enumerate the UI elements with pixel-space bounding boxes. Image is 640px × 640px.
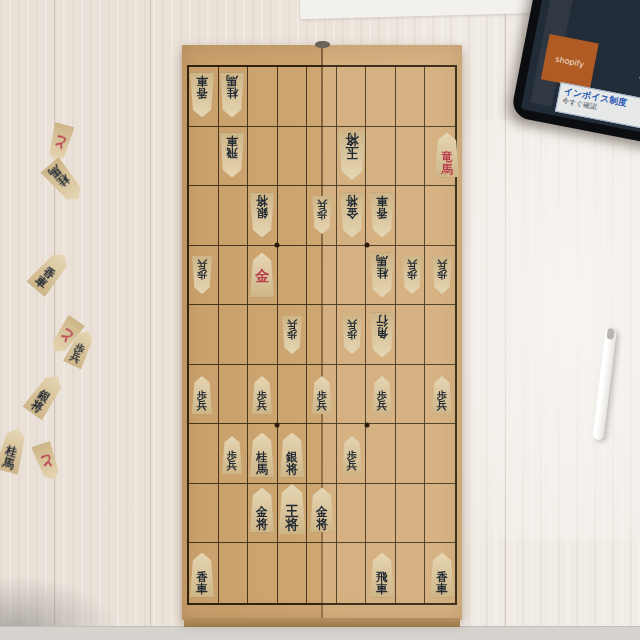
piece-kanji: 兵 [347,461,357,472]
piece-kanji: 兵 [69,351,83,365]
piece-kanji: 馬 [376,255,388,267]
plank-seam [54,0,55,640]
piece-kanji: 将 [256,195,268,207]
board-cell [189,484,219,544]
piece-kanji: 将 [256,518,268,530]
shopify-ad-label: shopify [555,54,585,68]
board-cell [278,186,308,246]
plank-seam [150,0,151,640]
board-cell [189,305,219,365]
board-cell [219,246,249,306]
board-cell [219,365,249,425]
piece-kanji: 将 [29,398,45,414]
pen-tip [607,328,615,340]
piece-kanji: 歩 [287,329,297,340]
board-cell [189,424,219,484]
piece-kanji: 車 [376,583,388,595]
piece-kanji: 兵 [437,259,447,270]
piece-kanji: 玉 [346,146,359,160]
star-point [365,423,370,428]
piece-kanji: 兵 [227,461,237,472]
board-cell [278,127,308,187]
piece-kanji: 兵 [377,401,387,412]
board-cell [248,67,278,127]
piece-kanji: 行 [376,315,388,327]
piece-kanji: 車 [33,274,50,291]
board-cell [248,305,278,365]
piece-kanji: 車 [196,583,208,595]
star-point [275,423,280,428]
piece-kanji: 将 [286,463,298,475]
shopify-ad: shopify [541,34,599,89]
piece-kanji: 兵 [197,401,207,412]
board-cell [189,186,219,246]
board-cell [189,127,219,187]
board-cell [278,543,308,603]
piece-kanji: 馬 [441,163,453,175]
board-cell [219,484,249,544]
board-cell [248,543,278,603]
piece-kanji: 歩 [317,209,327,220]
piece-kanji: 車 [376,195,388,207]
board-cell [278,67,308,127]
piece-kanji: と [51,134,69,152]
piece-kanji: 将 [286,518,299,532]
piece-kanji: 将 [316,518,328,530]
piece-kanji: 車 [196,75,208,87]
board-clasp-icon [315,41,330,48]
shogi-board: 香車桂馬飛車玉将竜馬銀将歩兵金将香車歩兵金桂馬歩兵歩兵歩兵歩兵角行歩兵歩兵歩兵歩… [182,45,462,620]
board-cell [248,127,278,187]
star-point [275,243,280,248]
piece-kanji: 車 [436,583,448,595]
piece-kanji: 兵 [257,401,267,412]
piece-kanji: 兵 [437,401,447,412]
piece-kanji: 兵 [317,401,327,412]
piece-kanji: 歩 [437,269,447,280]
piece-kanji: 兵 [197,259,207,270]
desk-scene: 香車桂馬飛車玉将竜馬銀将歩兵金将香車歩兵金桂馬歩兵歩兵歩兵歩兵角行歩兵歩兵歩兵歩… [0,0,640,640]
fold-seam [321,45,323,620]
piece-kanji: 歩 [407,269,417,280]
piece-kanji: 車 [226,135,238,147]
piece-kanji: 金 [255,268,269,283]
piece-kanji: 兵 [347,319,357,330]
board-cell [278,246,308,306]
piece-kanji: 兵 [287,319,297,330]
piece-kanji: 馬 [226,75,238,87]
piece-kanji: 兵 [407,259,417,270]
star-point [365,243,370,248]
table-edge-strip [0,626,640,640]
board-cell [219,543,249,603]
piece-kanji: 歩 [347,329,357,340]
board-cell [219,305,249,365]
board-cell [219,186,249,246]
board-side-edge [184,618,460,627]
piece-kanji: 将 [346,133,359,147]
piece-kanji: 馬 [256,463,268,475]
piece-kanji: 兵 [317,199,327,210]
piece-kanji: 歩 [197,269,207,280]
piece-kanji: 将 [346,195,358,207]
piece-kanji: 馬 [1,456,15,471]
board-cell [278,365,308,425]
